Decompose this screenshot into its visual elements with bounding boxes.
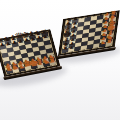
square: ♜ [49, 61, 56, 66]
square: ♜ [105, 41, 112, 46]
left-chess-board: ♜♞♝♛♚♝♞♜♟♟♟♟♟♟♟♟♟♟♟♟♟♟♟♟♜♞♝♛♚♝♞♜ [0, 29, 61, 77]
chess-sets-photo: ♜♞♝♛♚♝♞♜♟♟♟♟♟♟♟♟♟♟♟♟♟♟♟♟♜♞♝♛♚♝♞♜♜♟♟♜♞♟♟♞… [0, 0, 120, 120]
right-chess-board: ♜♟♟♜♞♟♟♞♝♟♟♝♛♟♟♛♚♟♟♚♝♟♟♝♞♟♟♞♜♟♟♜ [58, 10, 120, 56]
